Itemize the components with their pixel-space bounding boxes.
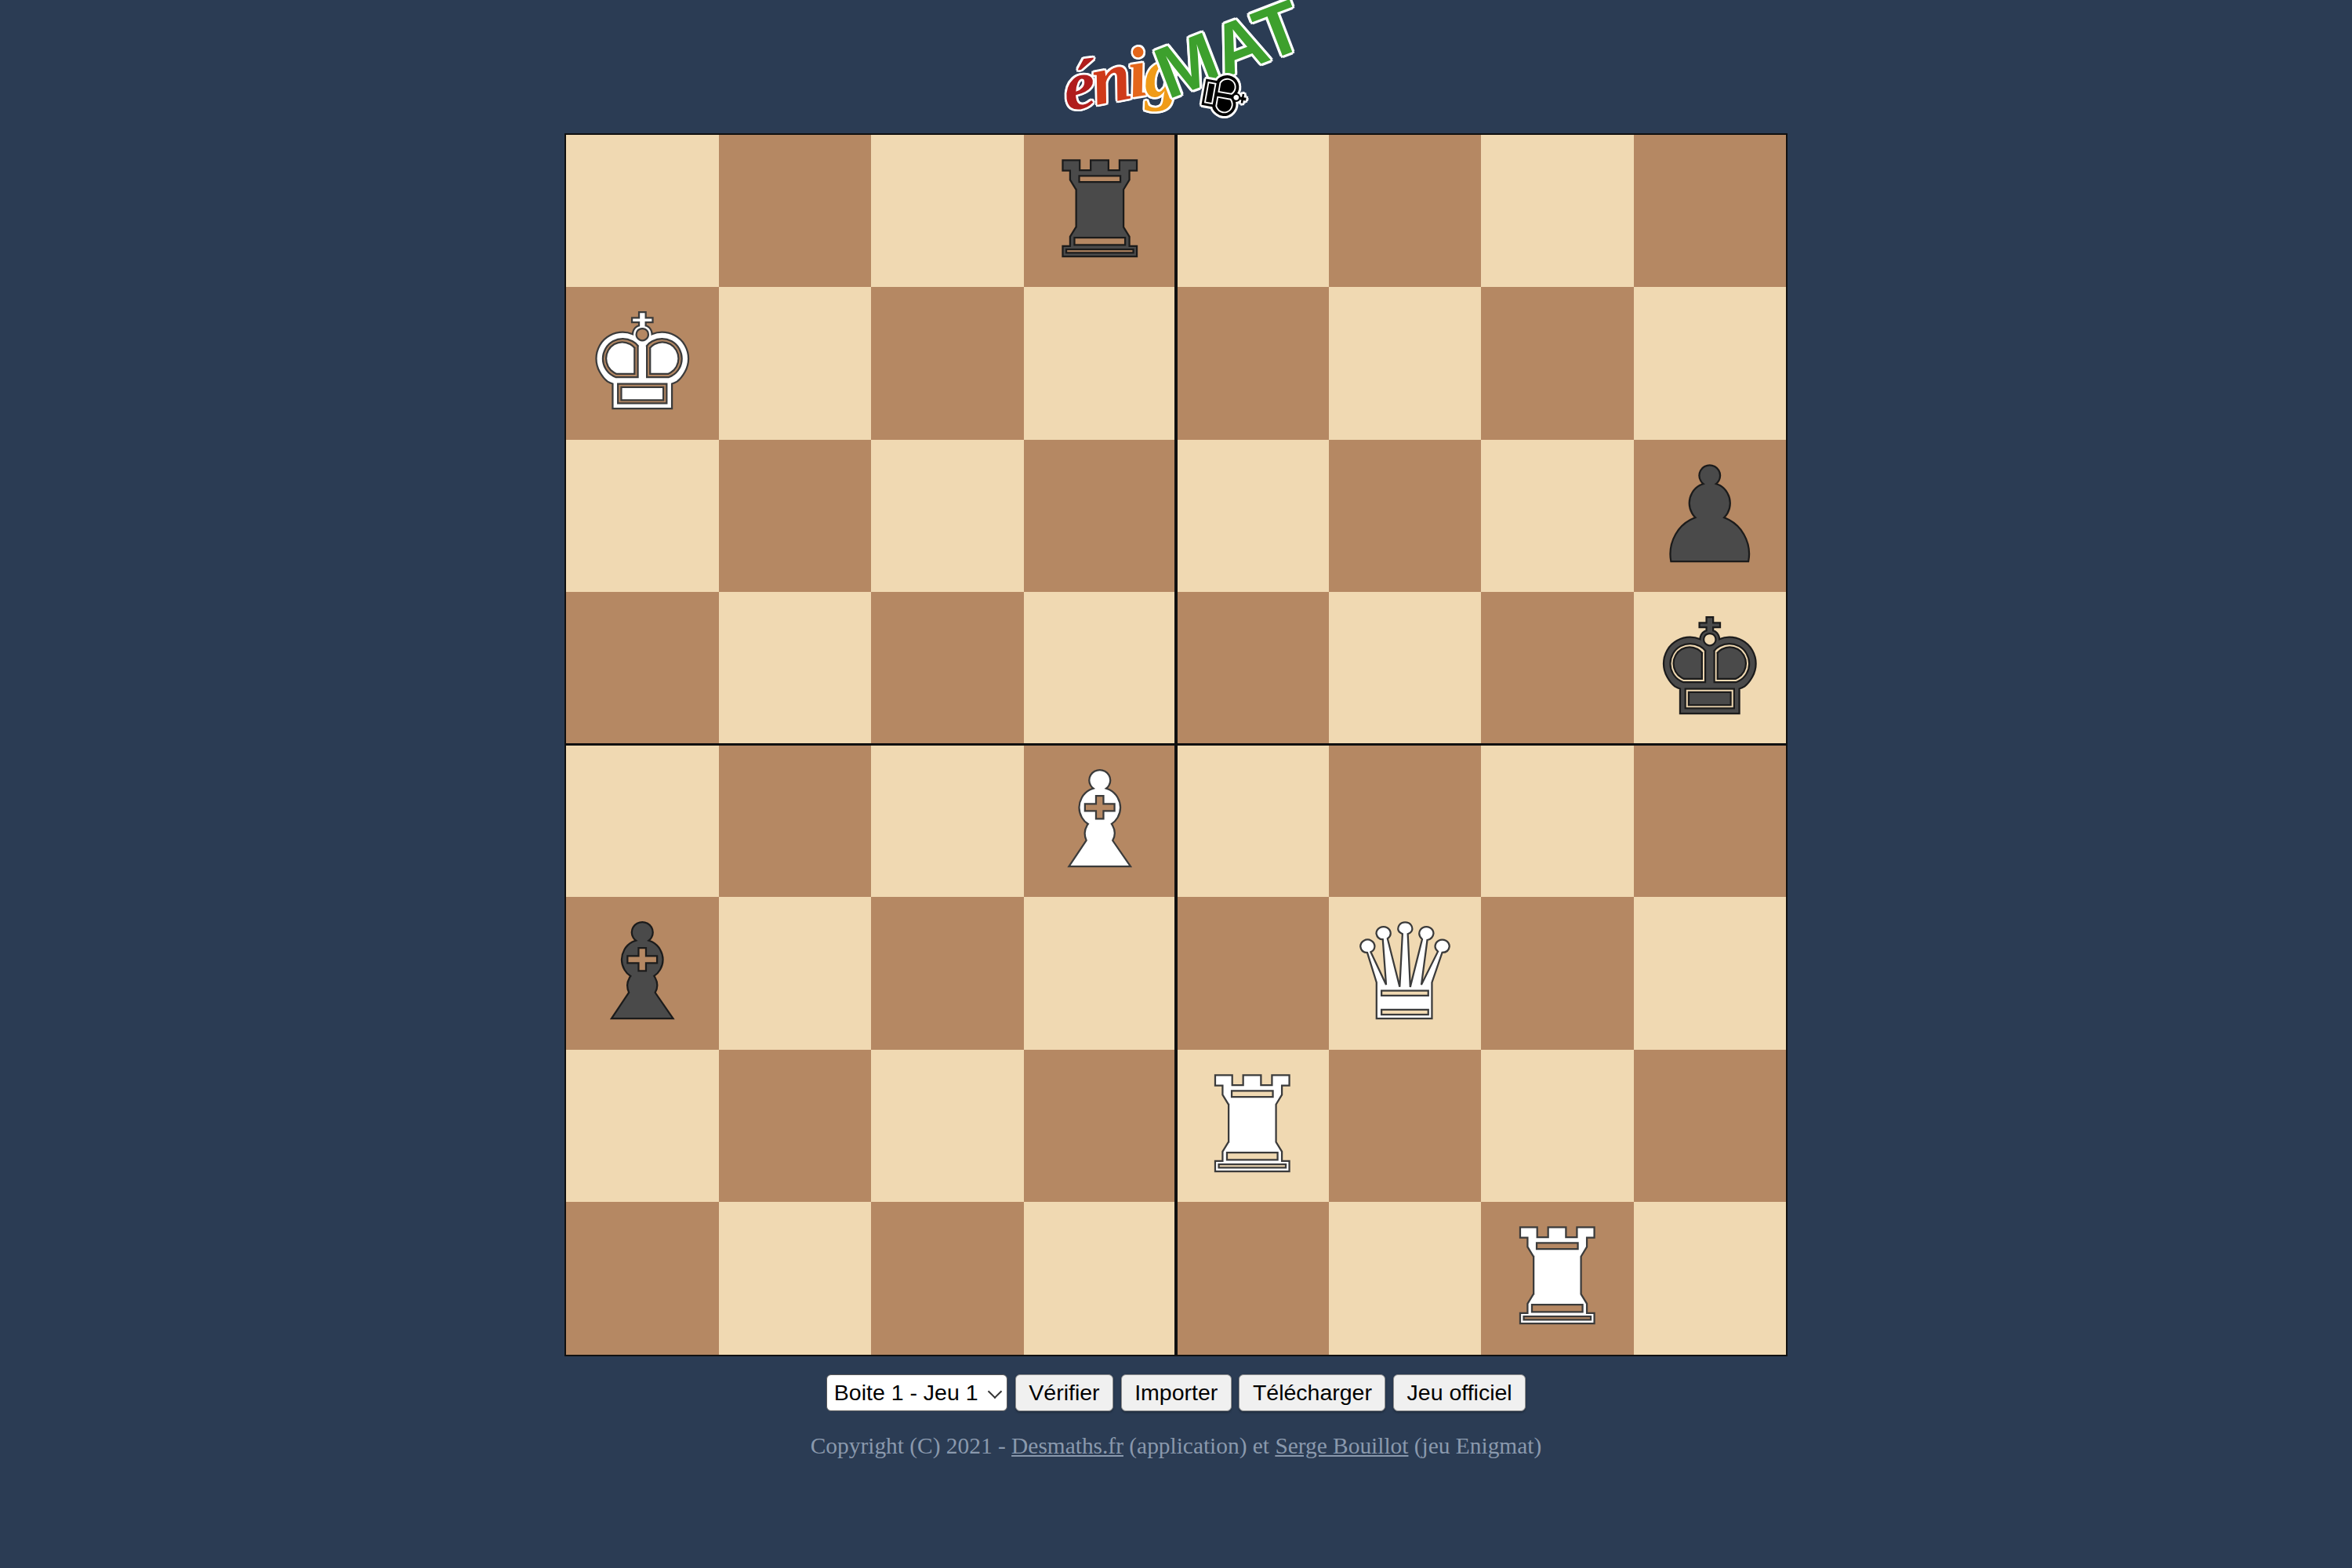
white-king[interactable]: ♚ <box>583 297 702 429</box>
copyright-text: Copyright (C) 2021 - <box>811 1433 1011 1458</box>
square-h3[interactable] <box>1634 897 1787 1050</box>
square-c7[interactable] <box>871 287 1024 440</box>
square-b6[interactable] <box>719 440 872 593</box>
square-a4[interactable] <box>566 745 719 898</box>
square-c5[interactable] <box>871 592 1024 745</box>
copyright-text: (application) et <box>1123 1433 1275 1458</box>
game-select[interactable]: Boite 1 - Jeu 1 <box>826 1374 1007 1411</box>
white-rook[interactable]: ♜ <box>1193 1060 1312 1192</box>
square-h4[interactable] <box>1634 745 1787 898</box>
black-rook[interactable]: ♜ <box>1040 145 1159 277</box>
square-d4[interactable]: ♝ <box>1024 745 1177 898</box>
square-a5[interactable] <box>566 592 719 745</box>
square-h7[interactable] <box>1634 287 1787 440</box>
verify-button[interactable]: Vérifier <box>1015 1374 1113 1411</box>
square-g7[interactable] <box>1481 287 1634 440</box>
copyright-text: (jeu Enigmat) <box>1408 1433 1541 1458</box>
square-f6[interactable] <box>1329 440 1482 593</box>
square-g3[interactable] <box>1481 897 1634 1050</box>
square-g2[interactable] <box>1481 1050 1634 1203</box>
square-d1[interactable] <box>1024 1202 1177 1355</box>
square-h6[interactable]: ♟ <box>1634 440 1787 593</box>
square-d2[interactable] <box>1024 1050 1177 1203</box>
download-button[interactable]: Télécharger <box>1239 1374 1385 1411</box>
square-e8[interactable] <box>1176 135 1329 288</box>
square-b5[interactable] <box>719 592 872 745</box>
black-pawn[interactable]: ♟ <box>1650 450 1769 582</box>
square-e2[interactable]: ♜ <box>1176 1050 1329 1203</box>
square-e7[interactable] <box>1176 287 1329 440</box>
square-f7[interactable] <box>1329 287 1482 440</box>
white-bishop[interactable]: ♝ <box>1040 755 1159 887</box>
serge-bouillot-link[interactable]: Serge Bouillot <box>1275 1433 1408 1458</box>
black-bishop[interactable]: ♝ <box>583 907 702 1039</box>
black-king[interactable]: ♚ <box>1650 602 1769 734</box>
square-a8[interactable] <box>566 135 719 288</box>
square-f5[interactable] <box>1329 592 1482 745</box>
square-h5[interactable]: ♚ <box>1634 592 1787 745</box>
desmaths-link[interactable]: Desmaths.fr <box>1011 1433 1123 1458</box>
square-b2[interactable] <box>719 1050 872 1203</box>
square-e4[interactable] <box>1176 745 1329 898</box>
square-a7[interactable]: ♚ <box>566 287 719 440</box>
square-b8[interactable] <box>719 135 872 288</box>
square-d8[interactable]: ♜ <box>1024 135 1177 288</box>
logo: énig MAT ♚ <box>1058 11 1294 131</box>
official-game-button[interactable]: Jeu officiel <box>1393 1374 1526 1411</box>
square-c1[interactable] <box>871 1202 1024 1355</box>
square-d5[interactable] <box>1024 592 1177 745</box>
white-rook[interactable]: ♜ <box>1498 1212 1617 1344</box>
square-e3[interactable] <box>1176 897 1329 1050</box>
square-b3[interactable] <box>719 897 872 1050</box>
game-select-value: Boite 1 - Jeu 1 <box>834 1380 978 1406</box>
square-a6[interactable] <box>566 440 719 593</box>
square-g4[interactable] <box>1481 745 1634 898</box>
square-c4[interactable] <box>871 745 1024 898</box>
square-c8[interactable] <box>871 135 1024 288</box>
square-h8[interactable] <box>1634 135 1787 288</box>
square-f8[interactable] <box>1329 135 1482 288</box>
square-g8[interactable] <box>1481 135 1634 288</box>
square-g6[interactable] <box>1481 440 1634 593</box>
square-g5[interactable] <box>1481 592 1634 745</box>
square-e1[interactable] <box>1176 1202 1329 1355</box>
square-g1[interactable]: ♜ <box>1481 1202 1634 1355</box>
square-a1[interactable] <box>566 1202 719 1355</box>
square-b4[interactable] <box>719 745 872 898</box>
square-h1[interactable] <box>1634 1202 1787 1355</box>
white-queen[interactable]: ♛ <box>1345 907 1464 1039</box>
square-h2[interactable] <box>1634 1050 1787 1203</box>
square-b7[interactable] <box>719 287 872 440</box>
square-f4[interactable] <box>1329 745 1482 898</box>
square-c3[interactable] <box>871 897 1024 1050</box>
square-d3[interactable] <box>1024 897 1177 1050</box>
square-e6[interactable] <box>1176 440 1329 593</box>
quadrant-divider-horizontal <box>566 743 1786 746</box>
fallen-king-icon: ♚ <box>1190 64 1258 126</box>
square-c6[interactable] <box>871 440 1024 593</box>
copyright-line: Copyright (C) 2021 - Desmaths.fr (applic… <box>0 1433 2352 1459</box>
square-e5[interactable] <box>1176 592 1329 745</box>
square-d7[interactable] <box>1024 287 1177 440</box>
import-button[interactable]: Importer <box>1121 1374 1232 1411</box>
square-d6[interactable] <box>1024 440 1177 593</box>
square-a2[interactable] <box>566 1050 719 1203</box>
square-f3[interactable]: ♛ <box>1329 897 1482 1050</box>
square-b1[interactable] <box>719 1202 872 1355</box>
controls-bar: Boite 1 - Jeu 1 Vérifier Importer Téléch… <box>0 1374 2352 1411</box>
chevron-down-icon <box>988 1385 1002 1399</box>
square-f2[interactable] <box>1329 1050 1482 1203</box>
square-a3[interactable]: ♝ <box>566 897 719 1050</box>
chess-board: ♜♚♟♚♝♝♛♜♜ <box>564 133 1788 1356</box>
square-f1[interactable] <box>1329 1202 1482 1355</box>
square-c2[interactable] <box>871 1050 1024 1203</box>
